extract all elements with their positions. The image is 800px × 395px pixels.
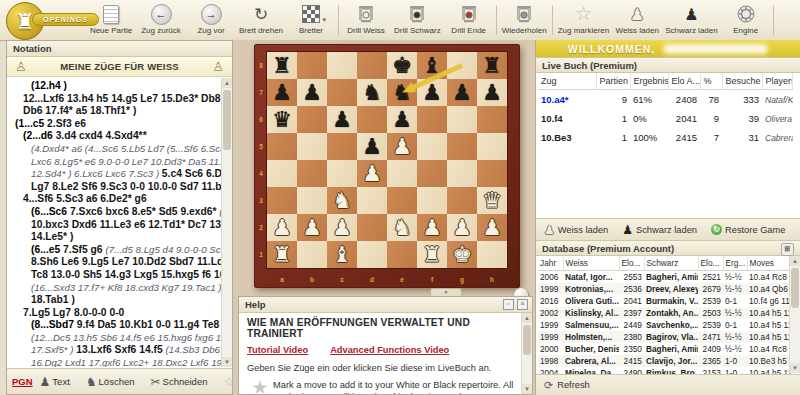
livebook-table: ZugPartienErgebnisElo A...%Besuche ▼Play…: [538, 73, 793, 147]
black-pawn-icon: ♟: [622, 223, 633, 237]
white-pawn-icon: ♟: [544, 223, 555, 237]
notation-line[interactable]: (8...Sbd7 9.f4 Da5 10.Kb1 0-0 11.g4 Te8 …: [7, 319, 222, 332]
notation-line[interactable]: (12.h4 ): [7, 80, 222, 93]
database-col-2[interactable]: Elo...: [619, 256, 644, 271]
text-icon: ♟: [40, 375, 51, 389]
toolbar-separator: [552, 5, 553, 35]
square-h6[interactable]: [477, 106, 507, 133]
arrow-left-icon: ←: [151, 3, 172, 25]
square-a5[interactable]: [267, 133, 297, 160]
rank-label-4: 4: [257, 170, 265, 177]
toolbar-label: Weiss laden: [615, 26, 658, 35]
database-col-1[interactable]: Weiss: [563, 256, 619, 271]
help-link-1[interactable]: Tutorial Video: [247, 345, 308, 355]
refresh-button[interactable]: ⟳ Refresh: [544, 379, 590, 392]
database-row[interactable]: 2016Olivera Guti...2041Burmakin, V...253…: [538, 295, 791, 307]
white-piece-c2: ♟: [332, 214, 352, 241]
square-d1[interactable]: [357, 241, 387, 268]
toolbar-label: Bretter: [299, 26, 323, 35]
welcome-banner: WILLKOMMEN,: [536, 40, 800, 57]
square-e3[interactable]: [387, 187, 417, 214]
chess-board-frame: ♜♚♝♜♟♟♞♞♟♟♟♛♟♟♟♟♟♞♛♟♟♟♞♟♟♟♜♝♜♚87654321ab…: [254, 44, 520, 288]
livebook-col--[interactable]: %: [700, 73, 722, 90]
notation-line[interactable]: Tc8 13.0-0 Sh5 14.g3 Lxg5 15.hxg5 f6 16.…: [7, 269, 222, 282]
database-options-button[interactable]: ⊞: [781, 243, 794, 256]
database-scrollbar[interactable]: ▲ ▼: [789, 256, 800, 373]
notation-line[interactable]: 14.Le5* ): [7, 231, 222, 244]
rank-label-1: 1: [257, 251, 265, 258]
white-piece-d4: ♟: [362, 160, 382, 187]
notation-line[interactable]: (2...d6 3.d4 cxd4 4.Sxd4**: [7, 130, 222, 143]
help-panel: Help ▫ × WIE MAN ERÖFFNUNGEN VERWALTET U…: [238, 296, 533, 395]
square-h4[interactable]: [477, 160, 507, 187]
notation-panel-title: Notation: [7, 41, 232, 57]
help-links: Tutorial VideoAdvanced Functions Video: [247, 345, 518, 355]
boards-icon: ▾: [302, 3, 320, 25]
top-toolbar: ♜ OPENINGS Neue Partie←Zug zurück→Zug vo…: [0, 0, 800, 41]
livebook-row[interactable]: 10.a4*961%240878333Nataf/Kotro...: [538, 90, 793, 110]
black-piece-e7: ♞: [392, 79, 412, 106]
square-h8[interactable]: ♜: [477, 52, 507, 79]
help-bullet: ★Mark a move to add it to your White or …: [247, 380, 518, 394]
square-d3[interactable]: [357, 187, 387, 214]
help-float-icon[interactable]: ▫: [503, 299, 514, 310]
white-piece-a2: ♟: [272, 214, 292, 241]
restore-icon: ↻: [711, 224, 722, 235]
black-piece-e6: ♟: [392, 106, 412, 133]
arrow-right-icon: →: [201, 3, 222, 25]
square-d2[interactable]: [357, 214, 387, 241]
livebook-col-players[interactable]: Players: [762, 73, 793, 90]
black-piece-c6: ♟: [332, 106, 352, 133]
gear-icon: [736, 3, 756, 25]
square-f2[interactable]: ♟: [417, 214, 447, 241]
square-h7[interactable]: ♟: [477, 79, 507, 106]
white-piece-f1: ♜: [422, 241, 442, 268]
notation-line[interactable]: 12...Lxf6 13.h4 h5 14.g5 Le7 15.De3* Db8…: [7, 93, 222, 106]
toolbar-button-brett-drehen[interactable]: ↻Brett drehen: [236, 3, 286, 35]
square-e6[interactable]: ♟: [387, 106, 417, 133]
square-f6[interactable]: [417, 106, 447, 133]
toolbar-button-zug-vor[interactable]: →Zug vor: [186, 3, 236, 35]
help-heading: WIE MAN ERÖFFNUNGEN VERWALTET UND TRAINI…: [247, 317, 518, 339]
square-a2[interactable]: ♟: [267, 214, 297, 241]
square-a7[interactable]: ♟: [267, 79, 297, 106]
help-close-icon[interactable]: ×: [517, 299, 528, 310]
toolbar-button-engine[interactable]: Engine: [721, 3, 771, 35]
file-label-a: a: [267, 276, 297, 283]
square-a8[interactable]: ♜: [267, 52, 297, 79]
square-c5[interactable]: [327, 133, 357, 160]
black-piece-a6: ♛: [272, 106, 292, 133]
white-piece-h3: ♛: [482, 187, 502, 214]
database-row[interactable]: 1998Cabrera, Al...2415Clavijo, Jor...236…: [538, 355, 791, 367]
right-panel: WILLKOMMEN, Live Buch (Premium) ZugParti…: [535, 40, 800, 395]
chess-board: ♜♚♝♜♟♟♞♞♟♟♟♛♟♟♟♟♟♞♛♟♟♟♞♟♟♟♜♝♜♚87654321ab…: [267, 52, 507, 268]
notation-line[interactable]: (1...c5 2.Sf3 e6: [7, 118, 222, 131]
file-label-c: c: [327, 276, 357, 283]
toolbar-label: Schwarz laden: [665, 26, 717, 35]
notation-line[interactable]: (4.Dxd4* a6 (4...Sc6 5.Lb5 Ld7 (5...Sf6 …: [7, 143, 222, 156]
square-b5[interactable]: [297, 133, 327, 160]
toolbar-separator: [496, 5, 497, 35]
square-c8[interactable]: [327, 52, 357, 79]
notation-line[interactable]: 4...Sf6 5.Sc3 a6 6.De2* g6: [7, 193, 222, 206]
square-c1[interactable]: ♝: [327, 241, 357, 268]
livebook-row[interactable]: 10.f410%2041939Olivera Guti...: [538, 109, 793, 128]
scroll-up-icon[interactable]: ▲: [790, 256, 800, 266]
white-piece-c3: ♞: [332, 187, 352, 214]
toolbar-label: Brett drehen: [239, 26, 283, 35]
toolbar-button-schwarz-laden[interactable]: ♟Schwarz laden: [662, 3, 720, 35]
white-piece-c1: ♝: [332, 241, 352, 268]
toolbar-label: Zug markieren: [558, 26, 610, 35]
square-c6[interactable]: ♟: [327, 106, 357, 133]
square-b6[interactable]: [297, 106, 327, 133]
white-piece-b2: ♟: [302, 214, 322, 241]
notation-moves: (12.h4 )12...Lxf6 13.h4 h5 14.g5 Le7 15.…: [7, 78, 222, 367]
square-a4[interactable]: [267, 160, 297, 187]
square-g6[interactable]: [447, 106, 477, 133]
white-piece-h2: ♟: [482, 214, 502, 241]
toolbar-button-drill-weiss[interactable]: Drill Weiss: [341, 3, 391, 35]
toolbar-button-drill-ende[interactable]: Drill Ende: [444, 3, 494, 35]
load-white-button[interactable]: ♟Weiss laden: [544, 223, 608, 237]
square-g3[interactable]: [447, 187, 477, 214]
square-a1[interactable]: ♜: [267, 241, 297, 268]
square-b4[interactable]: [297, 160, 327, 187]
livebook-col-besuche[interactable]: Besuche ▼: [722, 73, 762, 90]
square-f8[interactable]: ♝: [417, 52, 447, 79]
livebook-col-partien[interactable]: Partien: [596, 73, 630, 90]
livebook-header-row[interactable]: ZugPartienErgebnisElo A...%Besuche ▼Play…: [538, 73, 793, 90]
doc-icon: [103, 3, 119, 25]
notation-line[interactable]: (12...Dc5 13.h5 Sb6 14.f5 e6 15.hxg6 fxg…: [7, 332, 222, 345]
star-bullet-icon: ★: [247, 380, 273, 394]
database-row[interactable]: 2002Kislinsky, Al...2397Zontakh, An...25…: [538, 307, 791, 319]
square-b1[interactable]: [297, 241, 327, 268]
square-g2[interactable]: ♟: [447, 214, 477, 241]
black-piece-d5: ♟: [362, 133, 382, 160]
user-name-blurred: [663, 44, 768, 54]
repertoire-buttons-bar: ♟Weiss laden ♟Schwarz laden ↻Restore Gam…: [536, 218, 800, 241]
square-c3[interactable]: ♞: [327, 187, 357, 214]
square-h1[interactable]: [477, 241, 507, 268]
scroll-down-icon[interactable]: ▼: [222, 357, 232, 367]
square-g1[interactable]: ♚: [447, 241, 477, 268]
toolbar-label: Wiederholen: [502, 26, 547, 35]
square-a6[interactable]: ♛: [267, 106, 297, 133]
notation-line[interactable]: Lxc6 8.Lg5* e6 9.0-0-0 Le7 10.Dd3* Da5 1…: [7, 156, 222, 169]
toolbar-label: Drill Weiss: [347, 26, 385, 35]
database-table: JahrWeissElo...SchwarzElo...Erg...Moves …: [538, 256, 791, 391]
rank-label-6: 6: [257, 116, 265, 123]
logo-ribbon: OPENINGS: [32, 13, 99, 26]
restore-game-button[interactable]: ↻Restore Game: [711, 224, 785, 235]
text-button[interactable]: ♟Text: [40, 375, 70, 389]
white-piece-g1: ♚: [452, 241, 472, 268]
black-piece-h7: ♟: [482, 79, 502, 106]
square-e1[interactable]: [387, 241, 417, 268]
square-e7[interactable]: ♞: [387, 79, 417, 106]
toolbar-items: Neue Partie←Zug zurück→Zug vor↻Brett dre…: [86, 0, 800, 35]
star-icon: ☆: [575, 3, 592, 25]
square-b2[interactable]: ♟: [297, 214, 327, 241]
livebook-col-ergebnis[interactable]: Ergebnis: [630, 73, 668, 90]
square-d6[interactable]: [357, 106, 387, 133]
white-piece-e2: ♞: [392, 214, 412, 241]
white-piece-e5: ♟: [392, 133, 412, 160]
notation-line[interactable]: 7.Lg5 Lg7 8.0-0-0 0-0: [7, 307, 222, 320]
file-label-g: g: [447, 276, 477, 283]
database-col-6[interactable]: Moves: [747, 256, 791, 271]
drill-white-icon: [356, 3, 376, 25]
delete-button[interactable]: ♞Löschen: [86, 375, 135, 389]
file-label-d: d: [357, 276, 387, 283]
database-row[interactable]: 1999Kotronias,...2536Dreev, Alexey2679½-…: [538, 283, 791, 295]
black-piece-f7: ♟: [422, 79, 442, 106]
refresh-icon: ⟳: [544, 379, 553, 392]
database-row[interactable]: 2006Nataf, Igor...2553Bagheri, Amir2521½…: [538, 271, 791, 284]
square-g7[interactable]: ♟: [447, 79, 477, 106]
square-e8[interactable]: ♚: [387, 52, 417, 79]
load-black-button[interactable]: ♟Schwarz laden: [622, 223, 697, 237]
livebook-col-zug[interactable]: Zug: [538, 73, 596, 90]
file-label-b: b: [297, 276, 327, 283]
file-label-f: f: [417, 276, 447, 283]
cut-button[interactable]: ✂Schneiden: [150, 375, 207, 389]
livebook-col-elo-a-[interactable]: Elo A...: [668, 73, 700, 90]
database-row[interactable]: 1999Salmensuu,...2449Savchenko,...25390-…: [538, 319, 791, 331]
livebook-row[interactable]: 10.Be31100%2415731Cabrera/An...: [538, 128, 793, 147]
help-link-2[interactable]: Advanced Functions Video: [330, 345, 449, 355]
square-d7[interactable]: ♞: [357, 79, 387, 106]
black-piece-f8: ♝: [422, 52, 442, 79]
notation-line[interactable]: (6...e5 7.Sf5 g6 (7...d5 8.Lg5 d4 9.0-0-…: [7, 244, 222, 257]
toolbar-button-weiss-laden[interactable]: ♟Weiss laden: [612, 3, 662, 35]
scroll-up-icon[interactable]: ▲: [522, 313, 532, 323]
square-c2[interactable]: ♟: [327, 214, 357, 241]
database-header-row[interactable]: JahrWeissElo...SchwarzElo...Erg...Moves: [538, 256, 791, 271]
square-d8[interactable]: [357, 52, 387, 79]
black-piece-d7: ♞: [362, 79, 382, 106]
square-f4[interactable]: [417, 160, 447, 187]
scroll-up-icon[interactable]: ▲: [222, 78, 232, 88]
rank-label-2: 2: [257, 224, 265, 231]
black-piece-e8: ♚: [392, 52, 412, 79]
pgn-button[interactable]: PGN: [12, 376, 33, 387]
white-pawn-icon: ♟: [630, 3, 644, 25]
notation-line[interactable]: 10.bxc3 Dxd6 11.Le3 e6 12.Td1* Dc7 13.Ld…: [7, 219, 222, 232]
square-e2[interactable]: ♞: [387, 214, 417, 241]
square-h3[interactable]: ♛: [477, 187, 507, 214]
square-b7[interactable]: ♟: [297, 79, 327, 106]
square-c7[interactable]: [327, 79, 357, 106]
toolbar-label: Zug vor: [197, 26, 224, 35]
database-col-0[interactable]: Jahr: [538, 256, 563, 271]
repertoire-header: ♙ MEINE ZÜGE FÜR WEISS ♙: [7, 57, 232, 77]
square-g4[interactable]: [447, 160, 477, 187]
database-col-5[interactable]: Erg...: [723, 256, 747, 271]
help-intro: Geben Sie Züge ein oder klicken Sie dies…: [247, 363, 518, 373]
notation-line[interactable]: (6...Sc6 7.Sxc6 bxc6 8.e5* Sd5 9.exd6* (…: [7, 206, 222, 219]
app-logo: ♜ OPENINGS: [6, 2, 156, 38]
database-section-header: Database (Premium Account) ⊞: [536, 240, 800, 256]
square-f5[interactable]: [417, 133, 447, 160]
black-piece-a8: ♜: [272, 52, 292, 79]
refresh-bar: ⟳ Refresh: [536, 374, 800, 395]
rotate-icon: ↻: [254, 3, 268, 25]
notation-line[interactable]: 16.Dg2 Lxd1 17.gxf6 Lxc2+ 18.Dxc2 Lxf6 1…: [7, 357, 222, 367]
help-title: Help: [245, 299, 266, 310]
scroll-down-icon[interactable]: ▼: [790, 363, 800, 373]
notation-line[interactable]: 18.Tab1 ): [7, 294, 222, 307]
notation-scrollbar[interactable]: ▲ ▼: [221, 78, 232, 367]
file-label-h: h: [477, 276, 507, 283]
black-piece-g7: ♟: [452, 79, 472, 106]
rank-label-5: 5: [257, 143, 265, 150]
square-d5[interactable]: ♟: [357, 133, 387, 160]
drill-red-icon: [459, 3, 479, 25]
square-e5[interactable]: ♟: [387, 133, 417, 160]
database-col-4[interactable]: Elo...: [698, 256, 723, 271]
square-c4[interactable]: [327, 160, 357, 187]
notation-line[interactable]: Db6 17.f4* a5 18.Thf1* ): [7, 105, 222, 118]
notation-line[interactable]: 17.Sxf5* ) 13.Lxf6 Sxf6 14.f5 (14.Sb3 Db…: [7, 344, 222, 357]
delete-icon: ♞: [86, 375, 97, 389]
notation-line[interactable]: Lg7 8.Le2 Sf6 9.Sc3 0-0 10.0-0 Sd7 11.b3…: [7, 181, 222, 194]
toolbar-button-zug-markieren[interactable]: ☆Zug markieren: [555, 3, 613, 35]
square-b3[interactable]: [297, 187, 327, 214]
database-row[interactable]: 1999Holmsten,...2380Bagirov, Vla...2471½…: [538, 331, 791, 343]
toolbar-button-drill-schwarz[interactable]: Drill Schwarz: [391, 3, 444, 35]
square-d4[interactable]: ♟: [357, 160, 387, 187]
help-scrollbar[interactable]: ▲ ▼: [521, 313, 532, 394]
drill-black-icon: [407, 3, 427, 25]
white-piece-f2: ♟: [422, 214, 442, 241]
livebook-section-header: Live Buch (Premium): [536, 57, 800, 73]
square-f1[interactable]: ♜: [417, 241, 447, 268]
toolbar-separator: [338, 5, 339, 35]
white-piece-g2: ♟: [452, 214, 472, 241]
drill-gray-icon: [514, 3, 534, 25]
square-h5[interactable]: [477, 133, 507, 160]
square-h2[interactable]: ♟: [477, 214, 507, 241]
database-col-3[interactable]: Schwarz: [644, 256, 698, 271]
black-pawn-icon: ♟: [684, 3, 698, 25]
black-piece-a7: ♟: [272, 79, 292, 106]
notation-panel: Notation ♙ MEINE ZÜGE FÜR WEISS ♙ (12.h4…: [6, 40, 233, 395]
notation-line[interactable]: 12.Sd4* ) 6.Lxc6 Lxc6 7.Sc3 ) 5.c4 Sc6 6…: [7, 168, 222, 181]
notation-line[interactable]: 8.Sh6 Le6 9.Lg5 Le7 10.Dd2 Sbd7 11.Ld3 S…: [7, 256, 222, 269]
toolbar-label: Drill Ende: [451, 26, 486, 35]
square-f3[interactable]: [417, 187, 447, 214]
rank-label-7: 7: [257, 89, 265, 96]
black-piece-b7: ♟: [302, 79, 322, 106]
rank-label-8: 8: [257, 62, 265, 69]
database-row[interactable]: 2000Bucher, Denis2350Bagheri, Amir2409½-…: [538, 343, 791, 355]
toolbar-button-bretter[interactable]: ▾Bretter: [286, 3, 336, 35]
toolbar-label: Engine: [733, 26, 758, 35]
square-e4[interactable]: [387, 160, 417, 187]
scroll-down-icon[interactable]: ▼: [522, 384, 532, 394]
black-piece-h8: ♜: [482, 52, 502, 79]
notation-bottom-toolbar: PGN ♟Text ♞Löschen ✂Schneiden ☆ ☆ ✂ ± = …: [7, 368, 232, 394]
square-f7[interactable]: ♟: [417, 79, 447, 106]
toolbar-button-wiederholen[interactable]: Wiederholen: [499, 3, 550, 35]
help-body: WIE MAN ERÖFFNUNGEN VERWALTET UND TRAINI…: [239, 313, 522, 394]
toolbar-label: Drill Schwarz: [394, 26, 441, 35]
square-a3[interactable]: [267, 187, 297, 214]
toolbar-separator: [773, 5, 774, 35]
white-pawn-icon: ♙: [212, 59, 224, 74]
rank-label-3: 3: [257, 197, 265, 204]
square-g8[interactable]: [447, 52, 477, 79]
square-b8[interactable]: [297, 52, 327, 79]
square-g5[interactable]: [447, 133, 477, 160]
notation-line[interactable]: (16...Sxd3 17.f7+ Kf8 18.cxd3 Kg7 19.Tac…: [7, 282, 222, 295]
white-piece-a1: ♜: [272, 241, 292, 268]
scissors-icon: ✂: [150, 375, 160, 389]
file-label-e: e: [387, 276, 417, 283]
white-pawn-icon: ♙: [15, 59, 27, 74]
